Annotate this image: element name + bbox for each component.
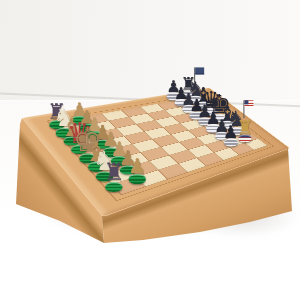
product-photo-scene: ♜♞♝♛♚♝♞♜♟♟♟♟♟♟♟♟♜♞♝♛♚♝♞♜♟♟♟♟♟♟♟♟	[0, 0, 300, 300]
piece-navy-army-rook[interactable]: ♜	[236, 119, 253, 142]
piece-base	[238, 134, 252, 142]
piece-tan-army-rook[interactable]: ♜	[103, 162, 124, 192]
pieces-layer: ♜♞♝♛♚♝♞♜♟♟♟♟♟♟♟♟♜♞♝♛♚♝♞♜♟♟♟♟♟♟♟♟	[0, 0, 300, 300]
piece-base	[129, 175, 145, 185]
chess-piece-glyph: ♜	[103, 162, 124, 184]
piece-tan-army-pawn[interactable]: ♟	[128, 157, 147, 184]
piece-base	[106, 182, 123, 192]
piece-base	[224, 139, 238, 147]
piece-navy-army-pawn[interactable]: ♟	[223, 124, 239, 147]
